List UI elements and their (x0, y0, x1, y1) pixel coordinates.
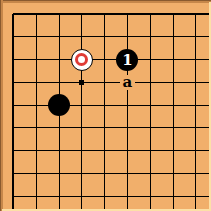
board-intersection (25, 185, 48, 208)
grid-line-vertical (59, 139, 60, 162)
board-intersection (93, 25, 116, 48)
grid-line-vertical (195, 71, 196, 94)
board-intersection (184, 94, 207, 117)
grid-line-vertical (150, 139, 151, 162)
point-label-a: a (120, 75, 135, 90)
grid-line-vertical (150, 48, 151, 71)
grid-line-vertical (36, 71, 37, 94)
grid-line-vertical (104, 94, 105, 117)
go-diagram: 1a (0, 0, 211, 211)
board-intersection (139, 94, 162, 117)
board-intersection (70, 117, 93, 140)
board-intersection (70, 139, 93, 162)
star-point (79, 80, 84, 85)
board-intersection (48, 139, 71, 162)
black-stone (48, 94, 70, 116)
board-intersection (48, 71, 71, 94)
board-intersection (93, 117, 116, 140)
grid-line-vertical (173, 117, 174, 140)
board-intersection (139, 71, 162, 94)
board-intersection (2, 25, 25, 48)
grid-line-vertical (195, 139, 196, 162)
grid-line-vertical (195, 162, 196, 185)
board-intersection (70, 3, 93, 26)
board-intersection (184, 48, 207, 71)
grid-line-vertical (173, 94, 174, 117)
board-intersection (93, 185, 116, 208)
grid-line-vertical (173, 48, 174, 71)
board-intersection (184, 185, 207, 208)
grid-line-vertical (59, 71, 60, 94)
board-intersection (70, 25, 93, 48)
board-intersection (25, 117, 48, 140)
grid-line-vertical (81, 185, 82, 208)
grid-line-vertical (173, 25, 174, 48)
grid-line-vertical (127, 162, 128, 185)
board-intersection (184, 3, 207, 26)
board-intersection (184, 117, 207, 140)
board-intersection (162, 71, 185, 94)
grid-line-horizontal (13, 196, 24, 197)
grid-line-vertical (127, 14, 128, 25)
board-intersection (70, 48, 93, 71)
grid-line-vertical (173, 162, 174, 185)
grid-line-horizontal (13, 105, 24, 106)
board-intersection (48, 117, 71, 140)
grid-line-vertical (36, 14, 37, 25)
board-intersection (139, 48, 162, 71)
board-intersection (162, 48, 185, 71)
grid-line-vertical (195, 25, 196, 48)
board-intersection (139, 185, 162, 208)
board-intersection (48, 48, 71, 71)
grid-line-vertical (195, 14, 196, 25)
grid-line-horizontal (13, 36, 24, 37)
board-intersection (162, 139, 185, 162)
grid-line-vertical (104, 25, 105, 48)
grid-line-vertical (104, 14, 105, 25)
board-intersection (2, 117, 25, 140)
board-intersection (93, 162, 116, 185)
move-number-label: 1 (122, 52, 132, 68)
board-intersection (162, 162, 185, 185)
grid-line-vertical (173, 71, 174, 94)
board-intersection (93, 3, 116, 26)
grid-line-horizontal (13, 127, 24, 128)
grid-line-vertical (59, 185, 60, 208)
grid-line-vertical (127, 185, 128, 208)
grid-line-vertical (127, 25, 128, 48)
grid-line-vertical (104, 162, 105, 185)
board-intersection: a (116, 71, 139, 94)
white-stone-circled (71, 49, 93, 71)
grid-line-vertical (12, 185, 14, 208)
grid-line-vertical (150, 94, 151, 117)
grid-line-vertical (12, 162, 14, 185)
frame-bottom-edge (2, 209, 211, 211)
board-intersection (2, 48, 25, 71)
grid-line-vertical (59, 48, 60, 71)
board-intersection (70, 185, 93, 208)
board-intersection (25, 3, 48, 26)
grid-line-vertical (127, 139, 128, 162)
board-intersection (2, 185, 25, 208)
board-intersection (162, 94, 185, 117)
grid-line-horizontal (13, 173, 24, 174)
board-intersection (2, 94, 25, 117)
grid-line-vertical (104, 71, 105, 94)
grid-line-vertical (81, 139, 82, 162)
grid-line-vertical (150, 185, 151, 208)
board-intersection (70, 71, 93, 94)
board-intersection (162, 25, 185, 48)
grid-line-vertical (81, 117, 82, 140)
board-intersection (139, 139, 162, 162)
circle-marker-icon (75, 53, 88, 66)
board-intersection (25, 48, 48, 71)
board-intersection (116, 117, 139, 140)
board-intersection (139, 117, 162, 140)
go-board: 1a (2, 3, 211, 211)
board-intersection (48, 94, 71, 117)
grid-line-vertical (36, 25, 37, 48)
grid-line-vertical (173, 139, 174, 162)
grid-line-vertical (12, 48, 14, 71)
board-intersection (70, 162, 93, 185)
grid-line-vertical (195, 94, 196, 117)
grid-line-vertical (36, 185, 37, 208)
grid-line-vertical (12, 94, 14, 117)
grid-line-vertical (150, 14, 151, 25)
grid-line-vertical (12, 14, 14, 25)
board-intersection (184, 25, 207, 48)
grid-line-vertical (81, 14, 82, 25)
grid-line-horizontal (13, 82, 24, 83)
grid-line-vertical (127, 94, 128, 117)
board-intersection (25, 25, 48, 48)
board-intersection (162, 3, 185, 26)
board-intersection (48, 3, 71, 26)
board-intersection (116, 185, 139, 208)
grid-line-vertical (36, 139, 37, 162)
board-intersection (162, 185, 185, 208)
grid-line-vertical (173, 185, 174, 208)
grid-line-vertical (12, 117, 14, 140)
board-intersection (48, 25, 71, 48)
frame-right-edge (209, 2, 211, 211)
grid-line-vertical (104, 185, 105, 208)
board-intersection (184, 162, 207, 185)
grid-line-vertical (59, 162, 60, 185)
board-intersection (116, 25, 139, 48)
board-intersection (70, 94, 93, 117)
frame-top-bevel (0, 1, 211, 3)
board-intersection (139, 162, 162, 185)
board-intersection (93, 48, 116, 71)
grid-line-vertical (150, 117, 151, 140)
board-intersection (2, 3, 25, 26)
grid-line-horizontal (13, 59, 24, 60)
grid-line-vertical (36, 48, 37, 71)
grid-line-vertical (36, 117, 37, 140)
board-intersection (116, 139, 139, 162)
grid-line-horizontal (13, 150, 24, 151)
grid-line-vertical (59, 117, 60, 140)
board-intersection (2, 71, 25, 94)
grid-line-vertical (12, 139, 14, 162)
frame-left-bevel (1, 0, 3, 211)
grid-line-vertical (173, 14, 174, 25)
board-intersection (116, 3, 139, 26)
board-intersection (93, 94, 116, 117)
grid-line-vertical (195, 117, 196, 140)
grid-line-vertical (195, 48, 196, 71)
grid-line-vertical (81, 25, 82, 48)
grid-line-vertical (127, 117, 128, 140)
grid-line-vertical (12, 25, 14, 48)
board-intersection (93, 139, 116, 162)
board-intersection (25, 71, 48, 94)
grid-line-vertical (36, 94, 37, 117)
board-intersection: 1 (116, 48, 139, 71)
grid-line-vertical (150, 162, 151, 185)
board-intersection (139, 25, 162, 48)
board-intersection (184, 71, 207, 94)
board-intersection (139, 3, 162, 26)
board-intersection (116, 94, 139, 117)
grid-line-vertical (195, 185, 196, 208)
grid-line-vertical (150, 25, 151, 48)
grid-line-vertical (12, 71, 14, 94)
grid-line-vertical (59, 14, 60, 25)
board-intersection (25, 162, 48, 185)
grid-line-vertical (104, 117, 105, 140)
grid-line-vertical (59, 25, 60, 48)
grid-line-vertical (81, 162, 82, 185)
board-intersection (2, 162, 25, 185)
grid-line-vertical (81, 94, 82, 117)
grid-line-vertical (104, 139, 105, 162)
grid-line-horizontal (13, 13, 24, 15)
board-intersection (162, 117, 185, 140)
board-intersection (25, 139, 48, 162)
board-intersection (116, 162, 139, 185)
board-intersection (25, 94, 48, 117)
board-intersection (2, 139, 25, 162)
grid-line-vertical (104, 48, 105, 71)
grid-line-vertical (150, 71, 151, 94)
board-intersection (48, 185, 71, 208)
board-intersection (48, 162, 71, 185)
grid-line-vertical (36, 162, 37, 185)
black-stone-move-1: 1 (116, 49, 138, 71)
board-intersection (184, 139, 207, 162)
board-intersection (93, 71, 116, 94)
